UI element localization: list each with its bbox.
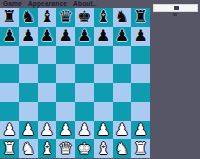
square-g8[interactable]: ♞: [113, 8, 132, 27]
square-a5[interactable]: [0, 64, 19, 83]
black-king: ♚: [77, 8, 91, 26]
white-rook: ♜: [2, 140, 16, 158]
white-pawn: ♟: [58, 121, 72, 139]
square-b8[interactable]: ♞: [19, 8, 38, 27]
square-a3[interactable]: [0, 102, 19, 121]
slider-tick-icon: [173, 13, 177, 16]
square-a7[interactable]: ♟: [0, 27, 19, 46]
white-queen: ♛: [58, 140, 72, 158]
square-d2[interactable]: ♟: [56, 121, 75, 140]
square-g7[interactable]: ♟: [113, 27, 132, 46]
white-king: ♚: [77, 140, 91, 158]
square-d1[interactable]: ♛: [56, 139, 75, 158]
square-f8[interactable]: ♝: [94, 8, 113, 27]
square-e1[interactable]: ♚: [75, 139, 94, 158]
square-h8[interactable]: ♜: [131, 8, 150, 27]
square-h5[interactable]: [131, 64, 150, 83]
square-f3[interactable]: [94, 102, 113, 121]
square-g3[interactable]: [113, 102, 132, 121]
menu-game[interactable]: Game: [0, 0, 25, 8]
square-d3[interactable]: [56, 102, 75, 121]
square-f4[interactable]: [94, 83, 113, 102]
square-f5[interactable]: [94, 64, 113, 83]
black-pawn: ♟: [21, 27, 35, 45]
white-pawn: ♟: [115, 121, 129, 139]
white-knight: ♞: [21, 140, 35, 158]
square-c3[interactable]: [38, 102, 57, 121]
square-b2[interactable]: ♟: [19, 121, 38, 140]
square-e6[interactable]: [75, 46, 94, 65]
black-rook: ♜: [2, 8, 16, 26]
black-bishop: ♝: [96, 8, 110, 26]
side-panel: [150, 0, 200, 159]
black-knight: ♞: [21, 8, 35, 26]
square-h7[interactable]: ♟: [131, 27, 150, 46]
square-c7[interactable]: ♟: [38, 27, 57, 46]
white-bishop: ♝: [40, 140, 54, 158]
square-c4[interactable]: [38, 83, 57, 102]
square-e4[interactable]: [75, 83, 94, 102]
square-g2[interactable]: ♟: [113, 121, 132, 140]
square-g6[interactable]: [113, 46, 132, 65]
square-d5[interactable]: [56, 64, 75, 83]
square-f6[interactable]: [94, 46, 113, 65]
square-g5[interactable]: [113, 64, 132, 83]
black-pawn: ♟: [40, 27, 54, 45]
white-pawn: ♟: [77, 121, 91, 139]
square-c8[interactable]: ♝: [38, 8, 57, 27]
square-a2[interactable]: ♟: [0, 121, 19, 140]
white-pawn: ♟: [2, 121, 16, 139]
slider-thumb[interactable]: [174, 6, 179, 10]
square-h2[interactable]: ♟: [131, 121, 150, 140]
square-a4[interactable]: [0, 83, 19, 102]
square-h3[interactable]: [131, 102, 150, 121]
black-knight: ♞: [115, 8, 129, 26]
black-pawn: ♟: [77, 27, 91, 45]
black-pawn: ♟: [133, 27, 147, 45]
square-b3[interactable]: [19, 102, 38, 121]
square-f1[interactable]: ♝: [94, 139, 113, 158]
black-bishop: ♝: [40, 8, 54, 26]
square-d7[interactable]: ♟: [56, 27, 75, 46]
square-h6[interactable]: [131, 46, 150, 65]
square-e5[interactable]: [75, 64, 94, 83]
square-h1[interactable]: ♜: [131, 139, 150, 158]
black-pawn: ♟: [115, 27, 129, 45]
square-e8[interactable]: ♚: [75, 8, 94, 27]
black-rook: ♜: [133, 8, 147, 26]
square-h4[interactable]: [131, 83, 150, 102]
square-f7[interactable]: ♟: [94, 27, 113, 46]
white-pawn: ♟: [133, 121, 147, 139]
square-e2[interactable]: ♟: [75, 121, 94, 140]
white-pawn: ♟: [21, 121, 35, 139]
square-b6[interactable]: [19, 46, 38, 65]
square-c6[interactable]: [38, 46, 57, 65]
black-pawn: ♟: [58, 27, 72, 45]
black-queen: ♛: [58, 8, 72, 26]
square-d8[interactable]: ♛: [56, 8, 75, 27]
chess-app-window: Game Appearance About.. ♜♞♝♛♚♝♞♜♟♟♟♟♟♟♟♟…: [0, 0, 200, 159]
square-c5[interactable]: [38, 64, 57, 83]
white-pawn: ♟: [40, 121, 54, 139]
black-pawn: ♟: [2, 27, 16, 45]
square-a6[interactable]: [0, 46, 19, 65]
square-g1[interactable]: ♞: [113, 139, 132, 158]
white-pawn: ♟: [96, 121, 110, 139]
square-e3[interactable]: [75, 102, 94, 121]
square-a1[interactable]: ♜: [0, 139, 19, 158]
square-c1[interactable]: ♝: [38, 139, 57, 158]
menu-appearance[interactable]: Appearance: [25, 0, 70, 8]
menu-about[interactable]: About..: [70, 0, 100, 8]
square-e7[interactable]: ♟: [75, 27, 94, 46]
square-f2[interactable]: ♟: [94, 121, 113, 140]
black-pawn: ♟: [96, 27, 110, 45]
square-d6[interactable]: [56, 46, 75, 65]
white-bishop: ♝: [96, 140, 110, 158]
square-c2[interactable]: ♟: [38, 121, 57, 140]
slider-track[interactable]: [153, 4, 198, 12]
white-knight: ♞: [115, 140, 129, 158]
square-b7[interactable]: ♟: [19, 27, 38, 46]
square-a8[interactable]: ♜: [0, 8, 19, 27]
square-g4[interactable]: [113, 83, 132, 102]
square-b1[interactable]: ♞: [19, 139, 38, 158]
chess-board: ♜♞♝♛♚♝♞♜♟♟♟♟♟♟♟♟♟♟♟♟♟♟♟♟♜♞♝♛♚♝♞♜: [0, 8, 150, 158]
square-d4[interactable]: [56, 83, 75, 102]
square-b5[interactable]: [19, 64, 38, 83]
square-b4[interactable]: [19, 83, 38, 102]
white-rook: ♜: [133, 140, 147, 158]
